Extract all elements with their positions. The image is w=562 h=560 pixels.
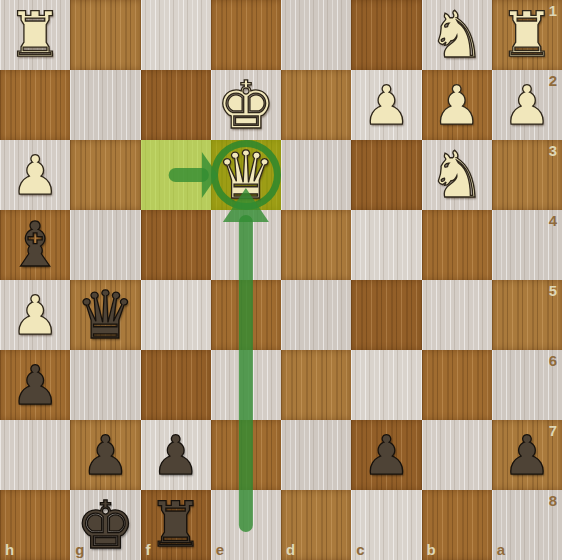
square-a3[interactable]: 3 <box>492 140 562 210</box>
piece-white-rook[interactable]: ♜ <box>7 0 63 70</box>
square-d5[interactable] <box>281 280 351 350</box>
square-e7[interactable] <box>211 420 281 490</box>
square-f3[interactable] <box>141 140 211 210</box>
square-d4[interactable] <box>281 210 351 280</box>
square-c1[interactable] <box>351 0 421 70</box>
rank-label: 6 <box>549 352 557 369</box>
square-h1[interactable]: ♜ <box>0 0 70 70</box>
square-e8[interactable]: e <box>211 490 281 560</box>
piece-black-pawn[interactable]: ♟ <box>151 420 199 490</box>
square-g1[interactable] <box>70 0 140 70</box>
square-d6[interactable] <box>281 350 351 420</box>
square-c2[interactable]: ♟ <box>351 70 421 140</box>
piece-white-pawn[interactable]: ♟ <box>11 280 59 350</box>
piece-white-pawn[interactable]: ♟ <box>432 70 480 140</box>
square-b2[interactable]: ♟ <box>422 70 492 140</box>
square-e1[interactable] <box>211 0 281 70</box>
piece-white-king[interactable]: ♚ <box>216 70 275 140</box>
square-e2[interactable]: ♚ <box>211 70 281 140</box>
square-a1[interactable]: ♜1 <box>492 0 562 70</box>
piece-black-pawn[interactable]: ♟ <box>362 420 410 490</box>
square-h2[interactable] <box>0 70 70 140</box>
square-a2[interactable]: ♟2 <box>492 70 562 140</box>
square-c6[interactable] <box>351 350 421 420</box>
square-f7[interactable]: ♟ <box>141 420 211 490</box>
piece-black-rook[interactable]: ♜ <box>148 490 204 560</box>
square-c7[interactable]: ♟ <box>351 420 421 490</box>
last-move-highlight <box>141 140 211 210</box>
square-a6[interactable]: 6 <box>492 350 562 420</box>
square-c4[interactable] <box>351 210 421 280</box>
square-h8[interactable]: h <box>0 490 70 560</box>
file-label: d <box>286 541 295 558</box>
piece-black-bishop[interactable]: ♝ <box>7 210 63 280</box>
piece-black-pawn[interactable]: ♟ <box>11 350 59 420</box>
square-g5[interactable]: ♛ <box>70 280 140 350</box>
square-f8[interactable]: ♜f <box>141 490 211 560</box>
square-e6[interactable] <box>211 350 281 420</box>
square-b7[interactable] <box>422 420 492 490</box>
square-e3[interactable]: ♛ <box>211 140 281 210</box>
square-e4[interactable] <box>211 210 281 280</box>
square-a4[interactable]: 4 <box>492 210 562 280</box>
file-label: b <box>427 541 436 558</box>
square-f2[interactable] <box>141 70 211 140</box>
square-c5[interactable] <box>351 280 421 350</box>
piece-white-rook[interactable]: ♜ <box>499 0 555 70</box>
square-d2[interactable] <box>281 70 351 140</box>
square-d3[interactable] <box>281 140 351 210</box>
file-label: c <box>356 541 364 558</box>
chess-board-app: ♜♞♜1♚♟♟♟2♟♛♞3♝4♟♛5♟6♟♟♟♟7h♚g♜fedcb8a <box>0 0 562 560</box>
square-d1[interactable] <box>281 0 351 70</box>
square-f1[interactable] <box>141 0 211 70</box>
rank-label: 5 <box>549 282 557 299</box>
square-f6[interactable] <box>141 350 211 420</box>
file-label: a <box>497 541 505 558</box>
square-b3[interactable]: ♞ <box>422 140 492 210</box>
square-g8[interactable]: ♚g <box>70 490 140 560</box>
square-c3[interactable] <box>351 140 421 210</box>
piece-black-queen[interactable]: ♛ <box>76 280 135 350</box>
piece-white-pawn[interactable]: ♟ <box>503 70 551 140</box>
square-g7[interactable]: ♟ <box>70 420 140 490</box>
piece-white-knight[interactable]: ♞ <box>428 140 485 210</box>
piece-black-pawn[interactable]: ♟ <box>81 420 129 490</box>
piece-black-pawn[interactable]: ♟ <box>503 420 551 490</box>
square-b1[interactable]: ♞ <box>422 0 492 70</box>
square-f4[interactable] <box>141 210 211 280</box>
square-h6[interactable]: ♟ <box>0 350 70 420</box>
square-a8[interactable]: 8a <box>492 490 562 560</box>
square-d7[interactable] <box>281 420 351 490</box>
rank-label: 8 <box>549 492 557 509</box>
square-h3[interactable]: ♟ <box>0 140 70 210</box>
piece-white-queen[interactable]: ♛ <box>216 140 275 210</box>
rank-label: 3 <box>549 142 557 159</box>
piece-white-pawn[interactable]: ♟ <box>11 140 59 210</box>
square-d8[interactable]: d <box>281 490 351 560</box>
square-f5[interactable] <box>141 280 211 350</box>
square-b5[interactable] <box>422 280 492 350</box>
square-g3[interactable] <box>70 140 140 210</box>
square-g4[interactable] <box>70 210 140 280</box>
square-e5[interactable] <box>211 280 281 350</box>
square-g6[interactable] <box>70 350 140 420</box>
square-b8[interactable]: b <box>422 490 492 560</box>
square-a5[interactable]: 5 <box>492 280 562 350</box>
file-label: e <box>216 541 224 558</box>
chess-board: ♜♞♜1♚♟♟♟2♟♛♞3♝4♟♛5♟6♟♟♟♟7h♚g♜fedcb8a <box>0 0 562 560</box>
rank-label: 4 <box>549 212 557 229</box>
square-b4[interactable] <box>422 210 492 280</box>
square-c8[interactable]: c <box>351 490 421 560</box>
square-b6[interactable] <box>422 350 492 420</box>
square-g2[interactable] <box>70 70 140 140</box>
file-label: h <box>5 541 14 558</box>
square-h4[interactable]: ♝ <box>0 210 70 280</box>
piece-white-pawn[interactable]: ♟ <box>362 70 410 140</box>
square-a7[interactable]: ♟7 <box>492 420 562 490</box>
piece-black-king[interactable]: ♚ <box>76 490 135 560</box>
square-h5[interactable]: ♟ <box>0 280 70 350</box>
square-h7[interactable] <box>0 420 70 490</box>
piece-white-knight[interactable]: ♞ <box>428 0 485 70</box>
